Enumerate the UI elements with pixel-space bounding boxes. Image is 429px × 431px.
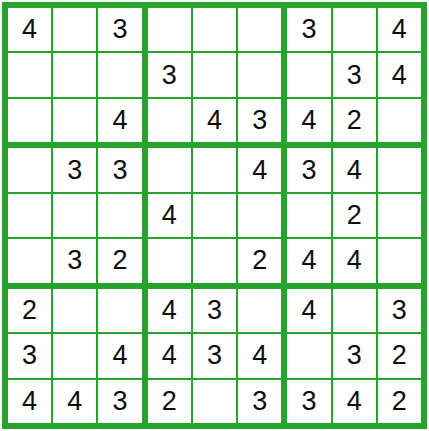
cell-r6c4[interactable] bbox=[148, 239, 191, 282]
cell-r5c6[interactable] bbox=[238, 194, 281, 237]
cell-r2c3[interactable] bbox=[98, 53, 141, 96]
cell-r7c4[interactable]: 4 bbox=[148, 289, 191, 332]
cell-r8c1[interactable]: 3 bbox=[8, 334, 51, 377]
cell-r3c6[interactable]: 3 bbox=[238, 99, 281, 142]
cell-r9c5[interactable] bbox=[193, 380, 236, 423]
cell-r6c9[interactable] bbox=[378, 239, 421, 282]
cell-r2c6[interactable] bbox=[238, 53, 281, 96]
cell-r4c7[interactable]: 3 bbox=[287, 148, 330, 191]
cell-r9c2[interactable]: 4 bbox=[53, 380, 96, 423]
cell-r7c3[interactable] bbox=[98, 289, 141, 332]
cell-r8c6[interactable]: 4 bbox=[238, 334, 281, 377]
cell-r7c5[interactable]: 3 bbox=[193, 289, 236, 332]
cell-r4c1[interactable] bbox=[8, 148, 51, 191]
cell-r2c1[interactable] bbox=[8, 53, 51, 96]
cell-r5c1[interactable] bbox=[8, 194, 51, 237]
cell-r5c7[interactable] bbox=[287, 194, 330, 237]
cell-r3c1[interactable] bbox=[8, 99, 51, 142]
cell-r3c7[interactable]: 4 bbox=[287, 99, 330, 142]
cell-r1c6[interactable] bbox=[238, 8, 281, 51]
cell-r7c2[interactable] bbox=[53, 289, 96, 332]
cell-r9c7[interactable]: 3 bbox=[287, 380, 330, 423]
cell-r7c6[interactable] bbox=[238, 289, 281, 332]
cell-r8c2[interactable] bbox=[53, 334, 96, 377]
cell-r5c9[interactable] bbox=[378, 194, 421, 237]
cell-r2c5[interactable] bbox=[193, 53, 236, 96]
cell-r6c7[interactable]: 4 bbox=[287, 239, 330, 282]
cell-r9c1[interactable]: 4 bbox=[8, 380, 51, 423]
cell-r9c3[interactable]: 3 bbox=[98, 380, 141, 423]
cell-r8c8[interactable]: 3 bbox=[333, 334, 376, 377]
cell-r1c3[interactable]: 3 bbox=[98, 8, 141, 51]
cell-r3c9[interactable] bbox=[378, 99, 421, 142]
cell-r9c6[interactable]: 3 bbox=[238, 380, 281, 423]
cell-r2c8[interactable]: 3 bbox=[333, 53, 376, 96]
cell-r2c7[interactable] bbox=[287, 53, 330, 96]
cell-r1c5[interactable] bbox=[193, 8, 236, 51]
sudoku-board: 4343433434423332442342442344434343423433… bbox=[2, 2, 427, 429]
cell-r3c3[interactable]: 4 bbox=[98, 99, 141, 142]
cell-r1c9[interactable]: 4 bbox=[378, 8, 421, 51]
cell-r6c3[interactable]: 2 bbox=[98, 239, 141, 282]
cell-r7c9[interactable]: 3 bbox=[378, 289, 421, 332]
cell-r1c7[interactable]: 3 bbox=[287, 8, 330, 51]
cell-r6c8[interactable]: 4 bbox=[333, 239, 376, 282]
cell-r7c8[interactable] bbox=[333, 289, 376, 332]
cell-r5c8[interactable]: 2 bbox=[333, 194, 376, 237]
cell-r4c8[interactable]: 4 bbox=[333, 148, 376, 191]
cell-r4c2[interactable]: 3 bbox=[53, 148, 96, 191]
cell-r3c2[interactable] bbox=[53, 99, 96, 142]
cell-r9c9[interactable]: 2 bbox=[378, 380, 421, 423]
cell-r4c6[interactable]: 4 bbox=[238, 148, 281, 191]
box-2-2: 442 bbox=[148, 148, 282, 282]
cell-r3c5[interactable]: 4 bbox=[193, 99, 236, 142]
cell-r4c4[interactable] bbox=[148, 148, 191, 191]
box-2-1: 3332 bbox=[8, 148, 142, 282]
cell-r5c3[interactable] bbox=[98, 194, 141, 237]
cell-r6c5[interactable] bbox=[193, 239, 236, 282]
cell-r2c4[interactable]: 3 bbox=[148, 53, 191, 96]
cell-r1c1[interactable]: 4 bbox=[8, 8, 51, 51]
cell-r1c2[interactable] bbox=[53, 8, 96, 51]
cell-r5c4[interactable]: 4 bbox=[148, 194, 191, 237]
cell-r9c8[interactable]: 4 bbox=[333, 380, 376, 423]
cell-r8c4[interactable]: 4 bbox=[148, 334, 191, 377]
cell-r8c3[interactable]: 4 bbox=[98, 334, 141, 377]
cell-r5c5[interactable] bbox=[193, 194, 236, 237]
box-1-1: 434 bbox=[8, 8, 142, 142]
cell-r6c2[interactable]: 3 bbox=[53, 239, 96, 282]
cell-r8c5[interactable]: 3 bbox=[193, 334, 236, 377]
cell-r5c2[interactable] bbox=[53, 194, 96, 237]
cell-r6c6[interactable]: 2 bbox=[238, 239, 281, 282]
cell-r4c9[interactable] bbox=[378, 148, 421, 191]
box-3-1: 234443 bbox=[8, 289, 142, 423]
cell-r2c2[interactable] bbox=[53, 53, 96, 96]
cell-r8c9[interactable]: 2 bbox=[378, 334, 421, 377]
cell-r6c1[interactable] bbox=[8, 239, 51, 282]
cell-r8c7[interactable] bbox=[287, 334, 330, 377]
box-1-2: 343 bbox=[148, 8, 282, 142]
puzzle-page: 4343433434423332442342442344434343423433… bbox=[0, 0, 429, 431]
cell-r4c3[interactable]: 3 bbox=[98, 148, 141, 191]
box-1-3: 343442 bbox=[287, 8, 421, 142]
cell-r1c4[interactable] bbox=[148, 8, 191, 51]
box-2-3: 34244 bbox=[287, 148, 421, 282]
cell-r7c1[interactable]: 2 bbox=[8, 289, 51, 332]
cell-r3c8[interactable]: 2 bbox=[333, 99, 376, 142]
box-3-3: 4332342 bbox=[287, 289, 421, 423]
cell-r2c9[interactable]: 4 bbox=[378, 53, 421, 96]
cell-r7c7[interactable]: 4 bbox=[287, 289, 330, 332]
cell-r1c8[interactable] bbox=[333, 8, 376, 51]
cell-r4c5[interactable] bbox=[193, 148, 236, 191]
cell-r3c4[interactable] bbox=[148, 99, 191, 142]
cell-r9c4[interactable]: 2 bbox=[148, 380, 191, 423]
box-3-2: 4343423 bbox=[148, 289, 282, 423]
